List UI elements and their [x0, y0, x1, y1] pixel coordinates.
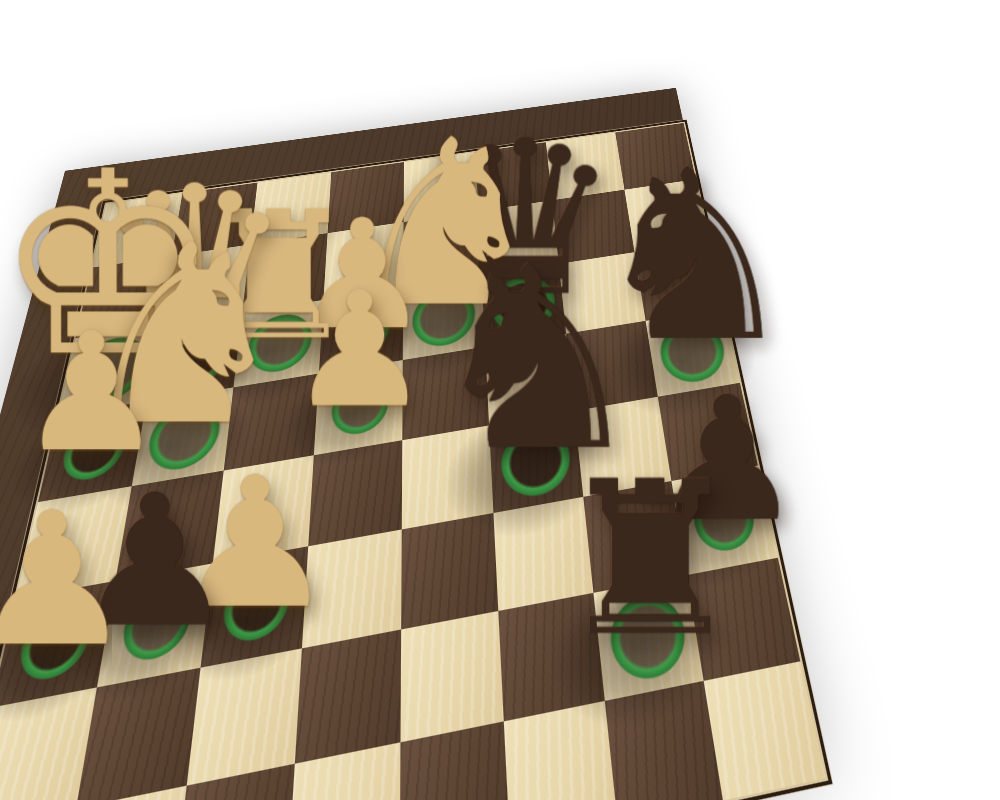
pawn-glyph: ♟ [288, 270, 431, 429]
square-h1[interactable] [704, 661, 826, 800]
rook-glyph: ♜ [555, 453, 745, 665]
square-e3[interactable] [401, 513, 498, 629]
square-g1[interactable] [605, 681, 723, 800]
pawn-glyph: ♟ [0, 488, 134, 672]
pawn-glyph: ♟ [17, 311, 164, 475]
chess-board: ♚♛♜♟♞♛♟♞♟♞♞♟♟♟♟♜ [0, 88, 826, 800]
photo-scene: ♚♛♜♟♞♛♟♞♟♞♞♟♟♟♟♜ [0, 0, 1000, 800]
square-d2[interactable] [295, 629, 401, 763]
square-e2[interactable] [400, 611, 503, 742]
